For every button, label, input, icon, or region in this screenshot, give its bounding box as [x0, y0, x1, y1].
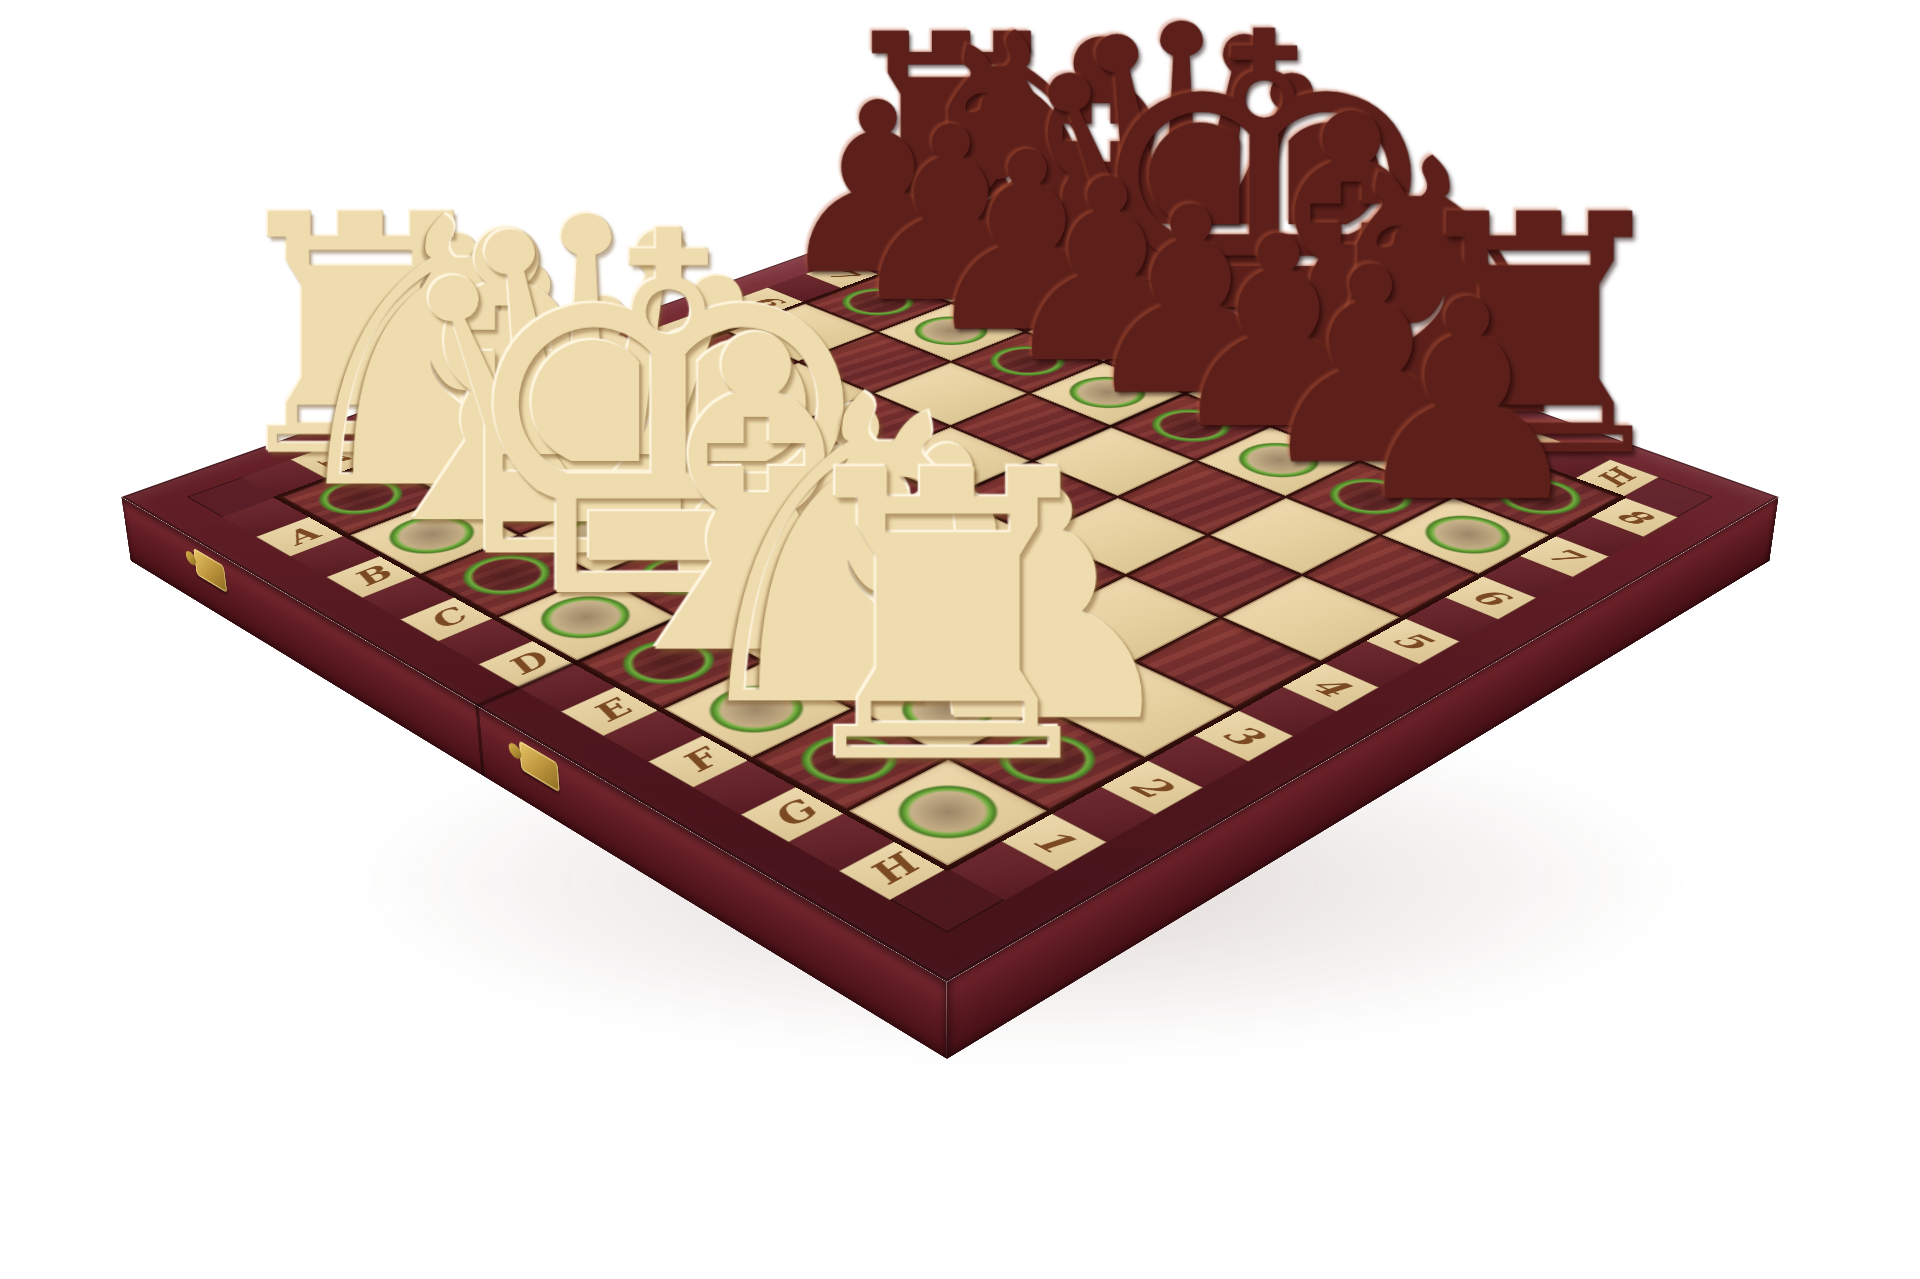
fold-seam-side — [475, 704, 485, 776]
board: ABCDEFGHABCDEFGH1234567812345678♜♞♟♝♟♛♟♚… — [121, 202, 1778, 982]
white-rook-icon: ♜ — [769, 419, 1127, 818]
black-pawn-icon: ♟ — [1343, 263, 1591, 540]
photo-canvas: ABCDEFGHABCDEFGH1234567812345678♜♞♟♝♟♛♟♚… — [0, 0, 1920, 1279]
playing-field: ♜♞♟♝♟♛♟♚♟♝♟♞♟♟♜♟♟♜♟♟♞♟♝♟♛♟♚♟♝♟♞♜ — [277, 248, 1623, 868]
scene: ABCDEFGHABCDEFGH1234567812345678♜♞♟♝♟♛♟♚… — [0, 0, 1920, 1279]
